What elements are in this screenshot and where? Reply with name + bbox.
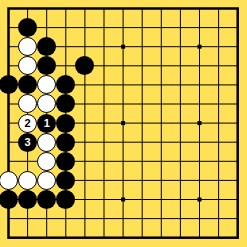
go-diagram: 213 [0, 0, 247, 247]
black-stone [75, 56, 94, 75]
board-intersection [18, 37, 37, 56]
board-intersection [18, 171, 37, 190]
black-stone [56, 75, 75, 94]
board-intersection [18, 18, 37, 37]
black-stone [56, 133, 75, 152]
white-stone [37, 75, 56, 94]
move-3-stone: 3 [18, 133, 37, 152]
board-intersection [37, 190, 56, 209]
board-intersection: 2 [18, 114, 37, 133]
black-stone [56, 114, 75, 133]
white-stone [37, 152, 56, 171]
board-intersection [37, 171, 56, 190]
black-stone [37, 37, 56, 56]
board-intersection [18, 94, 37, 113]
move-1-stone: 1 [37, 114, 56, 133]
go-board[interactable]: 213 [0, 0, 247, 247]
move-number-label: 2 [25, 118, 31, 129]
white-stone [18, 171, 37, 190]
white-stone [0, 171, 18, 190]
board-intersection [37, 37, 56, 56]
black-stone [56, 171, 75, 190]
black-stone [0, 75, 18, 94]
white-stone [37, 133, 56, 152]
white-stone [37, 171, 56, 190]
black-stone [56, 190, 75, 209]
black-stone [37, 56, 56, 75]
board-intersection: 3 [18, 133, 37, 152]
black-stone [18, 18, 37, 37]
white-stone [18, 94, 37, 113]
board-intersection [56, 171, 75, 190]
board-intersection [56, 75, 75, 94]
board-intersection [56, 152, 75, 171]
board-intersection [18, 190, 37, 209]
board-intersection [37, 56, 56, 75]
board-intersection [37, 133, 56, 152]
black-stone [18, 190, 37, 209]
board-intersection [18, 56, 37, 75]
board-intersection [56, 94, 75, 113]
board-intersection [56, 133, 75, 152]
black-stone [0, 190, 18, 209]
board-intersection [37, 152, 56, 171]
move-number-label: 3 [25, 137, 31, 148]
move-2-stone: 2 [18, 114, 37, 133]
board-intersection [56, 114, 75, 133]
board-intersection [0, 190, 18, 209]
board-intersection [37, 94, 56, 113]
board-intersection: 1 [37, 114, 56, 133]
black-stone [37, 190, 56, 209]
black-stone [18, 75, 37, 94]
board-intersection [37, 75, 56, 94]
board-intersection [56, 190, 75, 209]
white-stone [18, 37, 37, 56]
board-intersection [18, 75, 37, 94]
board-intersection [75, 56, 94, 75]
board-intersection [0, 75, 18, 94]
move-number-label: 1 [44, 118, 50, 129]
white-stone [37, 94, 56, 113]
black-stone [56, 152, 75, 171]
white-stone [18, 56, 37, 75]
board-intersection [0, 171, 18, 190]
black-stone [56, 94, 75, 113]
